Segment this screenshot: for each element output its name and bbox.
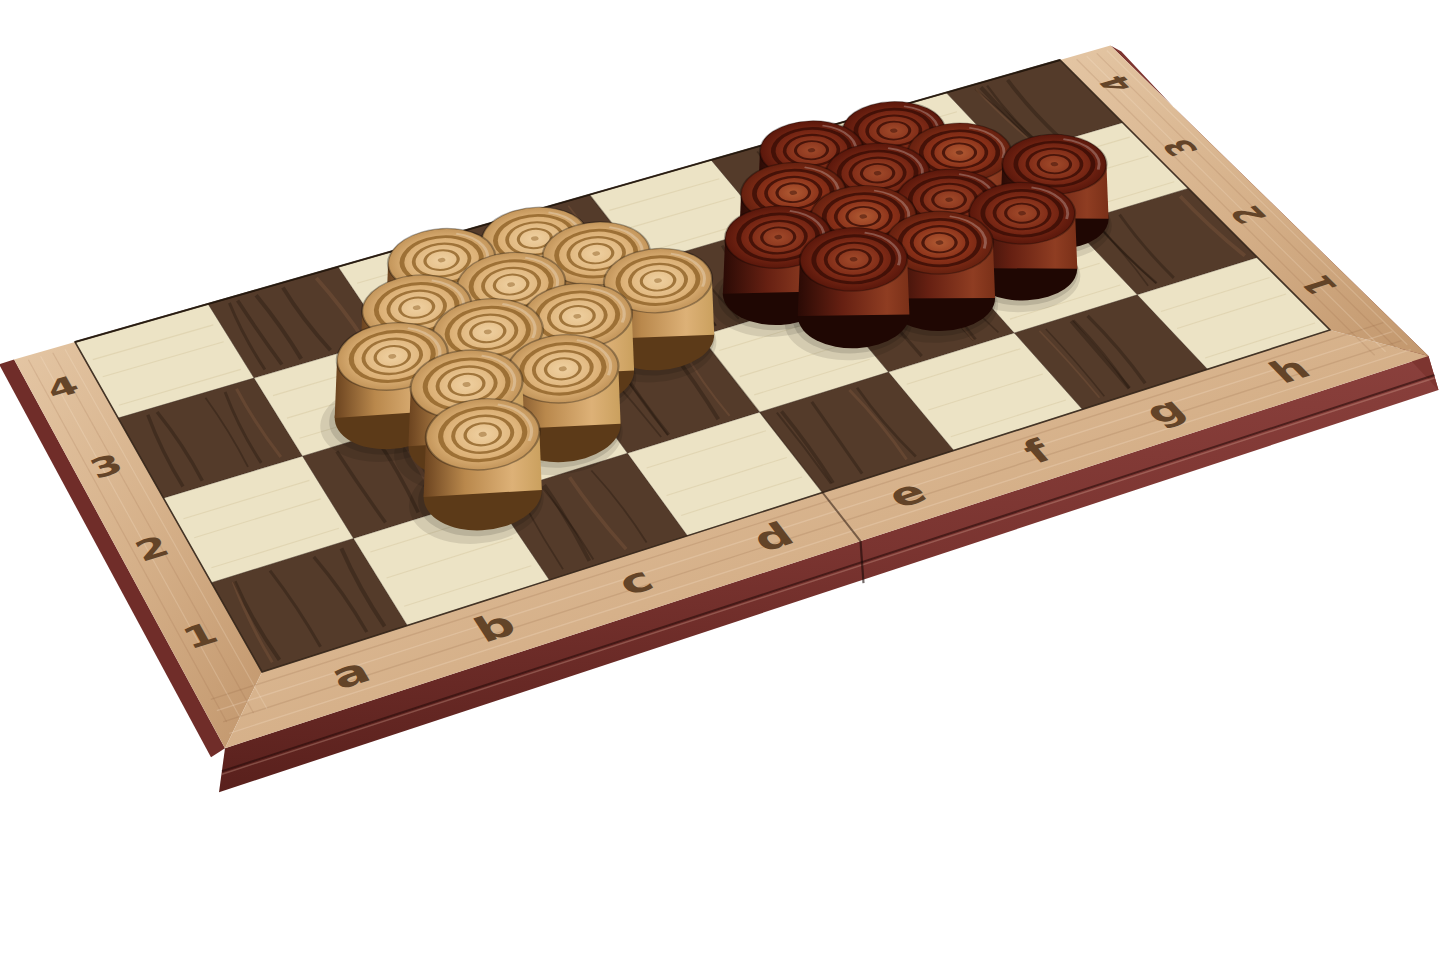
folded-chessboard-with-checkers: abcdefgh43214321 [0,0,1445,963]
product-photo-canvas: abcdefgh43214321 [0,0,1445,963]
